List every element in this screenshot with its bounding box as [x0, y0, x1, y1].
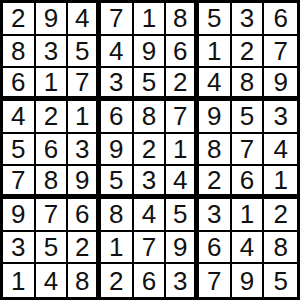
cell-r6c5[interactable]: 3	[134, 166, 167, 199]
cell-r7c5[interactable]: 4	[134, 199, 167, 232]
cell-r2c7[interactable]: 1	[199, 36, 232, 69]
cell-r1c2[interactable]: 9	[36, 3, 69, 36]
cell-r7c1[interactable]: 9	[3, 199, 36, 232]
cell-r7c6[interactable]: 5	[166, 199, 199, 232]
cell-r8c8[interactable]: 4	[232, 232, 265, 265]
cell-r9c4[interactable]: 2	[101, 264, 134, 297]
cell-r3c7[interactable]: 4	[199, 68, 232, 101]
cell-r3c4[interactable]: 3	[101, 68, 134, 101]
cell-r5c5[interactable]: 2	[134, 134, 167, 167]
cell-r3c5[interactable]: 5	[134, 68, 167, 101]
cell-r6c7[interactable]: 2	[199, 166, 232, 199]
cell-r5c9[interactable]: 4	[264, 134, 297, 167]
cell-r8c6[interactable]: 9	[166, 232, 199, 265]
cell-r7c9[interactable]: 2	[264, 199, 297, 232]
cell-r4c7[interactable]: 9	[199, 101, 232, 134]
cell-r8c7[interactable]: 6	[199, 232, 232, 265]
cell-r2c5[interactable]: 9	[134, 36, 167, 69]
cell-r7c3[interactable]: 6	[68, 199, 101, 232]
cell-r4c2[interactable]: 2	[36, 101, 69, 134]
cell-r5c4[interactable]: 9	[101, 134, 134, 167]
cell-r1c6[interactable]: 8	[166, 3, 199, 36]
cell-r1c1[interactable]: 2	[3, 3, 36, 36]
cell-r9c8[interactable]: 9	[232, 264, 265, 297]
cell-r9c6[interactable]: 3	[166, 264, 199, 297]
cell-r9c2[interactable]: 4	[36, 264, 69, 297]
cell-r6c8[interactable]: 6	[232, 166, 265, 199]
cell-r7c4[interactable]: 8	[101, 199, 134, 232]
cell-r3c1[interactable]: 6	[3, 68, 36, 101]
cell-r4c8[interactable]: 5	[232, 101, 265, 134]
cell-r6c6[interactable]: 4	[166, 166, 199, 199]
cell-r9c9[interactable]: 5	[264, 264, 297, 297]
cell-r2c8[interactable]: 2	[232, 36, 265, 69]
cell-r9c3[interactable]: 8	[68, 264, 101, 297]
cell-r1c9[interactable]: 6	[264, 3, 297, 36]
cell-r7c2[interactable]: 7	[36, 199, 69, 232]
cell-r1c3[interactable]: 4	[68, 3, 101, 36]
cell-r6c4[interactable]: 5	[101, 166, 134, 199]
cell-r2c4[interactable]: 4	[101, 36, 134, 69]
cell-r3c6[interactable]: 2	[166, 68, 199, 101]
cell-r6c1[interactable]: 7	[3, 166, 36, 199]
cell-r2c9[interactable]: 7	[264, 36, 297, 69]
cell-r4c1[interactable]: 4	[3, 101, 36, 134]
sudoku-board: 2947185368354961276173524894216879535639…	[0, 0, 300, 300]
cell-r2c3[interactable]: 5	[68, 36, 101, 69]
cell-r5c6[interactable]: 1	[166, 134, 199, 167]
cell-r1c5[interactable]: 1	[134, 3, 167, 36]
cell-r5c2[interactable]: 6	[36, 134, 69, 167]
cell-r1c8[interactable]: 3	[232, 3, 265, 36]
cell-r6c9[interactable]: 1	[264, 166, 297, 199]
cell-r4c6[interactable]: 7	[166, 101, 199, 134]
cell-r3c3[interactable]: 7	[68, 68, 101, 101]
cell-r7c7[interactable]: 3	[199, 199, 232, 232]
cell-r7c8[interactable]: 1	[232, 199, 265, 232]
cell-r1c4[interactable]: 7	[101, 3, 134, 36]
cell-r6c3[interactable]: 9	[68, 166, 101, 199]
cell-r2c2[interactable]: 3	[36, 36, 69, 69]
cell-r8c1[interactable]: 3	[3, 232, 36, 265]
cell-r2c1[interactable]: 8	[3, 36, 36, 69]
cell-r5c7[interactable]: 8	[199, 134, 232, 167]
cell-r4c4[interactable]: 6	[101, 101, 134, 134]
cell-r3c8[interactable]: 8	[232, 68, 265, 101]
cell-r5c1[interactable]: 5	[3, 134, 36, 167]
cell-r6c2[interactable]: 8	[36, 166, 69, 199]
cell-r8c3[interactable]: 2	[68, 232, 101, 265]
cell-r5c8[interactable]: 7	[232, 134, 265, 167]
cell-r8c4[interactable]: 1	[101, 232, 134, 265]
cell-r8c2[interactable]: 5	[36, 232, 69, 265]
cell-r8c5[interactable]: 7	[134, 232, 167, 265]
cell-r3c2[interactable]: 1	[36, 68, 69, 101]
cell-r4c3[interactable]: 1	[68, 101, 101, 134]
cell-r9c5[interactable]: 6	[134, 264, 167, 297]
cell-r9c7[interactable]: 7	[199, 264, 232, 297]
cell-r9c1[interactable]: 1	[3, 264, 36, 297]
cell-r4c9[interactable]: 3	[264, 101, 297, 134]
cell-r4c5[interactable]: 8	[134, 101, 167, 134]
cell-r8c9[interactable]: 8	[264, 232, 297, 265]
cell-r3c9[interactable]: 9	[264, 68, 297, 101]
cell-r5c3[interactable]: 3	[68, 134, 101, 167]
cell-r1c7[interactable]: 5	[199, 3, 232, 36]
cell-r2c6[interactable]: 6	[166, 36, 199, 69]
